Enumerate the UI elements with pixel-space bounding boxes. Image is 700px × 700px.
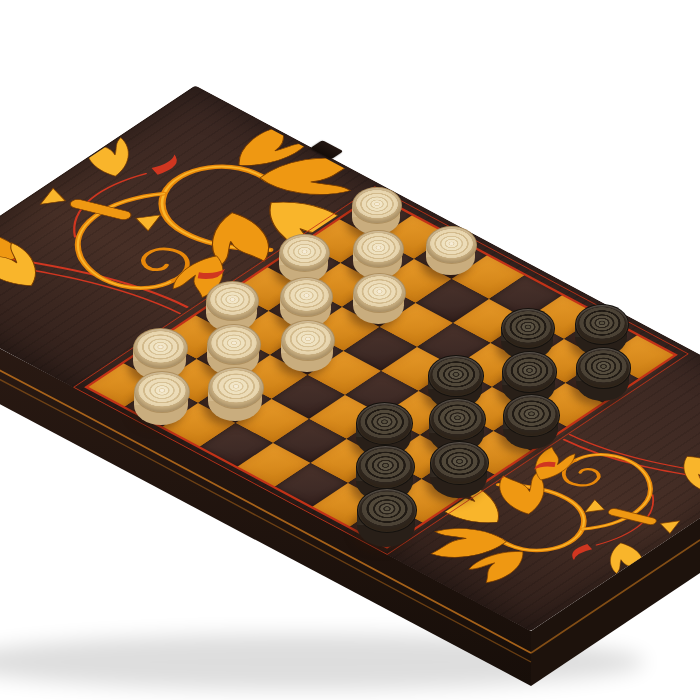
dark-checker-r1c7[interactable] bbox=[576, 347, 629, 400]
white-checker-r7c1[interactable] bbox=[134, 371, 188, 425]
white-checker-r1c1[interactable] bbox=[353, 230, 402, 279]
dark-checker-r7c7[interactable] bbox=[357, 488, 415, 546]
white-checker-r2c0[interactable] bbox=[279, 234, 328, 283]
white-checker-r2c2[interactable] bbox=[353, 273, 404, 324]
page-background bbox=[0, 0, 700, 700]
white-checker-r0c0[interactable] bbox=[352, 187, 400, 235]
white-checker-r0c2[interactable] bbox=[426, 226, 475, 275]
dark-checker-r5c7[interactable] bbox=[430, 441, 487, 498]
white-checker-r4c2[interactable] bbox=[281, 320, 333, 372]
dark-checker-r3c7[interactable] bbox=[503, 394, 558, 449]
white-checker-r6c2[interactable] bbox=[208, 367, 262, 421]
